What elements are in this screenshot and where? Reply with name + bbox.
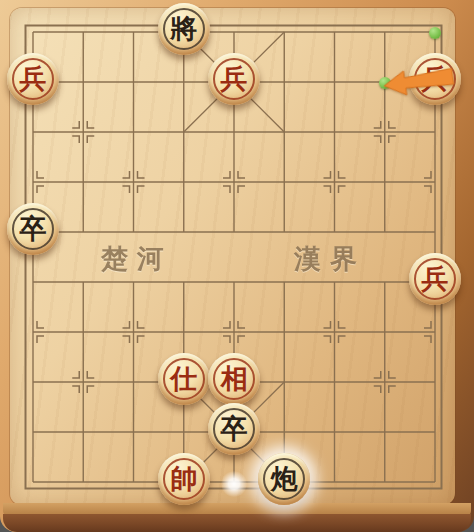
red-soldier-i2[interactable]: 兵	[409, 253, 461, 305]
river-label-han-jie: 漢界	[270, 241, 390, 277]
red-soldier-e[interactable]: 兵	[208, 53, 260, 105]
piece-glyph: 兵	[221, 65, 248, 92]
move-origin-glow	[221, 471, 247, 497]
river-label-chu-he: 楚河	[77, 241, 197, 277]
piece-glyph: 帥	[170, 465, 197, 492]
red-advisor[interactable]: 仕	[158, 353, 210, 405]
piece-glyph: 卒	[20, 215, 47, 242]
piece-glyph: 炮	[271, 465, 298, 492]
black-cannon[interactable]: 炮	[258, 453, 310, 505]
piece-glyph: 兵	[20, 65, 47, 92]
piece-glyph: 相	[221, 365, 248, 392]
black-soldier-e[interactable]: 卒	[208, 403, 260, 455]
move-target-dot[interactable]	[429, 27, 441, 39]
red-elephant[interactable]: 相	[208, 353, 260, 405]
board-bottom-edge	[3, 514, 471, 532]
piece-glyph: 兵	[422, 265, 449, 292]
piece-glyph: 仕	[170, 365, 197, 392]
red-general[interactable]: 帥	[158, 453, 210, 505]
xiangqi-board[interactable]: 楚河 漢界 將兵兵兵卒兵仕相卒帥炮	[0, 0, 474, 532]
black-general[interactable]: 將	[158, 3, 210, 55]
red-soldier-a[interactable]: 兵	[7, 53, 59, 105]
piece-glyph: 卒	[221, 415, 248, 442]
black-soldier-a[interactable]: 卒	[7, 203, 59, 255]
piece-glyph: 將	[170, 15, 197, 42]
